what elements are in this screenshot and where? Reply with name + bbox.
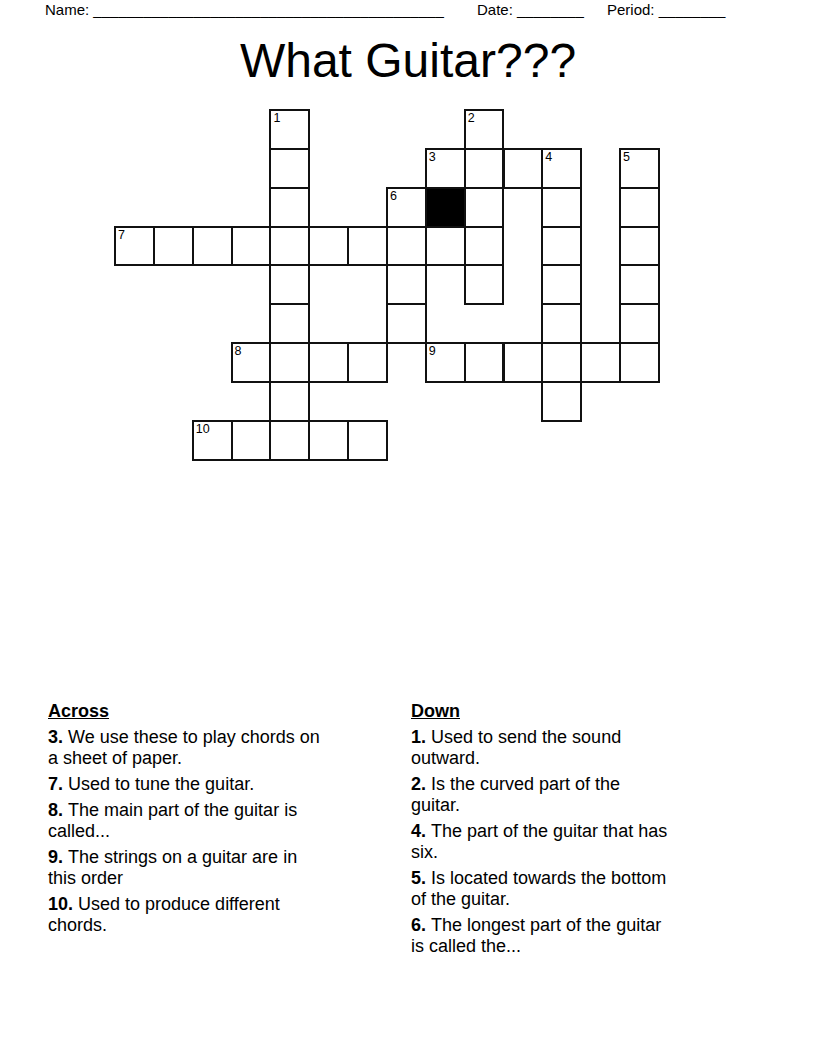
clue-number-label: 2. <box>411 774 426 794</box>
clue-text: Is located towards the bottom of the gui… <box>411 868 666 909</box>
clue-down-2: 2.Is the curved part of the guitar. <box>411 774 756 816</box>
grid-cell-r3c9[interactable] <box>464 226 505 267</box>
grid-cell-r3c4[interactable] <box>269 226 310 267</box>
grid-cell-r8c2[interactable]: 10 <box>192 420 233 461</box>
grid-cell-r3c11[interactable] <box>541 226 582 267</box>
grid-cell-r4c4[interactable] <box>269 264 310 305</box>
clue-down-4: 4.The part of the guitar that has six. <box>411 821 756 863</box>
name-field: Name: __________________________________… <box>45 1 444 19</box>
cell-number: 6 <box>390 189 397 203</box>
grid-cell-r5c4[interactable] <box>269 303 310 344</box>
grid-cell-r3c3[interactable] <box>231 226 272 267</box>
grid-cell-r6c10[interactable] <box>503 342 544 383</box>
grid-cell-r6c6[interactable] <box>347 342 388 383</box>
clue-number-label: 10. <box>48 894 73 914</box>
down-heading: Down <box>411 701 756 722</box>
grid-cell-r6c11[interactable] <box>541 342 582 383</box>
cell-number: 2 <box>468 111 475 125</box>
clue-text: Is the curved part of the guitar. <box>411 774 620 815</box>
grid-cell-r6c9[interactable] <box>464 342 505 383</box>
clue-down-5: 5.Is located towards the bottom of the g… <box>411 868 756 910</box>
grid-cell-r3c7[interactable] <box>386 226 427 267</box>
clue-number-label: 4. <box>411 821 426 841</box>
clue-text: We use these to play chords on a sheet o… <box>48 727 320 768</box>
down-clues-section: Down 1.Used to send the sound outward. 2… <box>411 701 756 962</box>
grid-cell-r5c11[interactable] <box>541 303 582 344</box>
grid-cell-r3c6[interactable] <box>347 226 388 267</box>
grid-cell-r1c9[interactable] <box>464 148 505 189</box>
grid-cell-r6c3[interactable]: 8 <box>231 342 272 383</box>
grid-cell-r2c9[interactable] <box>464 187 505 228</box>
grid-cell-r4c7[interactable] <box>386 264 427 305</box>
grid-cell-r1c4[interactable] <box>269 148 310 189</box>
clue-across-7: 7.Used to tune the guitar. <box>48 774 388 795</box>
clue-across-8: 8.The main part of the guitar is called.… <box>48 800 388 842</box>
clue-number-label: 1. <box>411 727 426 747</box>
clue-across-9: 9.The strings on a guitar are in this or… <box>48 847 388 889</box>
period-label: Period: <box>607 1 655 18</box>
clue-number-label: 6. <box>411 915 426 935</box>
grid-cell-r6c12[interactable] <box>580 342 621 383</box>
grid-cell-r3c1[interactable] <box>153 226 194 267</box>
period-field: Period: ________ <box>607 1 725 19</box>
grid-cell-r0c9[interactable]: 2 <box>464 109 505 150</box>
across-clues-section: Across 3.We use these to play chords on … <box>48 701 388 941</box>
clue-down-6: 6.The longest part of the guitar is call… <box>411 915 756 957</box>
cell-number: 10 <box>196 422 210 436</box>
clue-down-1: 1.Used to send the sound outward. <box>411 727 756 769</box>
clue-number-label: 3. <box>48 727 63 747</box>
grid-cell-r1c10[interactable] <box>503 148 544 189</box>
name-label: Name: <box>45 1 89 18</box>
grid-cell-r5c7[interactable] <box>386 303 427 344</box>
grid-cell-r3c13[interactable] <box>619 226 660 267</box>
grid-cell-r3c2[interactable] <box>192 226 233 267</box>
grid-cell-r1c13[interactable]: 5 <box>619 148 660 189</box>
cell-number: 7 <box>118 228 125 242</box>
clue-text: Used to produce different chords. <box>48 894 280 935</box>
grid-cell-r2c4[interactable] <box>269 187 310 228</box>
cell-number: 1 <box>273 111 280 125</box>
name-blank-line: ________________________________________… <box>93 1 443 18</box>
date-label: Date: <box>477 1 513 18</box>
cell-number: 8 <box>235 344 242 358</box>
page-title: What Guitar??? <box>0 31 816 91</box>
date-blank-line: ________ <box>517 1 584 18</box>
grid-cell-r3c0[interactable]: 7 <box>114 226 155 267</box>
grid-cell-r4c9[interactable] <box>464 264 505 305</box>
grid-cell-r2c7[interactable]: 6 <box>386 187 427 228</box>
clue-text: The longest part of the guitar is called… <box>411 915 661 956</box>
grid-cell-r8c6[interactable] <box>347 420 388 461</box>
grid-cell-r6c5[interactable] <box>308 342 349 383</box>
cell-number: 3 <box>429 150 436 164</box>
grid-cell-r3c8[interactable] <box>425 226 466 267</box>
grid-cell-r4c11[interactable] <box>541 264 582 305</box>
grid-cell-r4c13[interactable] <box>619 264 660 305</box>
grid-cell-r2c13[interactable] <box>619 187 660 228</box>
grid-cell-r8c4[interactable] <box>269 420 310 461</box>
grid-cell-r1c8[interactable]: 3 <box>425 148 466 189</box>
grid-cell-r8c5[interactable] <box>308 420 349 461</box>
grid-cell-r0c4[interactable]: 1 <box>269 109 310 150</box>
grid-cell-r6c13[interactable] <box>619 342 660 383</box>
grid-cell-r6c8[interactable]: 9 <box>425 342 466 383</box>
period-blank-line: ________ <box>659 1 726 18</box>
black-cell <box>425 187 466 228</box>
clue-text: The main part of the guitar is called... <box>48 800 297 841</box>
crossword-grid: 12345678910 <box>114 109 661 461</box>
clue-across-10: 10.Used to produce different chords. <box>48 894 388 936</box>
grid-cell-r7c11[interactable] <box>541 381 582 422</box>
cell-number: 5 <box>623 150 630 164</box>
grid-cell-r2c11[interactable] <box>541 187 582 228</box>
cell-number: 4 <box>545 150 552 164</box>
date-field: Date: ________ <box>477 1 584 19</box>
cell-number: 9 <box>429 344 436 358</box>
clue-text: Used to tune the guitar. <box>68 774 254 794</box>
grid-cell-r1c11[interactable]: 4 <box>541 148 582 189</box>
clue-number-label: 7. <box>48 774 63 794</box>
across-heading: Across <box>48 701 388 722</box>
clue-number-label: 8. <box>48 800 63 820</box>
clue-text: Used to send the sound outward. <box>411 727 621 768</box>
clue-text: The strings on a guitar are in this orde… <box>48 847 297 888</box>
clue-number-label: 5. <box>411 868 426 888</box>
clue-text: The part of the guitar that has six. <box>411 821 667 862</box>
clue-number-label: 9. <box>48 847 63 867</box>
grid-cell-r8c3[interactable] <box>231 420 272 461</box>
clue-across-3: 3.We use these to play chords on a sheet… <box>48 727 388 769</box>
grid-cell-r7c4[interactable] <box>269 381 310 422</box>
grid-cell-r5c13[interactable] <box>619 303 660 344</box>
grid-cell-r6c4[interactable] <box>269 342 310 383</box>
grid-cell-r3c5[interactable] <box>308 226 349 267</box>
